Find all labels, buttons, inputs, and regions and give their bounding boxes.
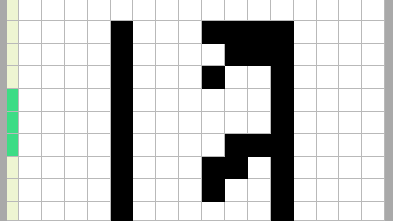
cell-r3c1[interactable] xyxy=(19,66,42,89)
cell-r8c9[interactable] xyxy=(202,179,225,202)
cell-r9c1[interactable] xyxy=(19,202,42,221)
pixel-grid[interactable] xyxy=(7,0,385,221)
cell-r8c3[interactable] xyxy=(65,179,88,202)
cell-r5c13[interactable] xyxy=(294,112,317,135)
cell-r3c0[interactable] xyxy=(7,66,19,89)
cell-r9c16[interactable] xyxy=(362,202,385,221)
cell-r9c3[interactable] xyxy=(65,202,88,221)
cell-r0c14[interactable] xyxy=(317,0,340,21)
cell-r7c6[interactable] xyxy=(133,157,156,180)
cell-r5c0[interactable] xyxy=(7,112,19,135)
cell-r4c15[interactable] xyxy=(339,89,362,112)
cell-r3c7[interactable] xyxy=(156,66,179,89)
cell-r9c0[interactable] xyxy=(7,202,19,221)
cell-r3c10[interactable] xyxy=(225,66,248,89)
cell-r4c2[interactable] xyxy=(42,89,65,112)
cell-r1c10[interactable] xyxy=(225,21,248,44)
cell-r3c16[interactable] xyxy=(362,66,385,89)
cell-r3c13[interactable] xyxy=(294,66,317,89)
cell-r9c9[interactable] xyxy=(202,202,225,221)
cell-r6c1[interactable] xyxy=(19,134,42,157)
cell-r1c16[interactable] xyxy=(362,21,385,44)
cell-r6c0[interactable] xyxy=(7,134,19,157)
cell-r2c12[interactable] xyxy=(271,44,294,67)
cell-r9c6[interactable] xyxy=(133,202,156,221)
cell-r7c7[interactable] xyxy=(156,157,179,180)
cell-r1c11[interactable] xyxy=(248,21,271,44)
cell-r3c12[interactable] xyxy=(271,66,294,89)
cell-r1c1[interactable] xyxy=(19,21,42,44)
cell-r1c3[interactable] xyxy=(65,21,88,44)
cell-r3c8[interactable] xyxy=(179,66,202,89)
cell-r2c10[interactable] xyxy=(225,44,248,67)
cell-r1c13[interactable] xyxy=(294,21,317,44)
cell-r8c4[interactable] xyxy=(88,179,111,202)
cell-r2c9[interactable] xyxy=(202,44,225,67)
cell-r8c14[interactable] xyxy=(317,179,340,202)
cell-r6c11[interactable] xyxy=(248,134,271,157)
cell-r6c9[interactable] xyxy=(202,134,225,157)
cell-r6c5[interactable] xyxy=(111,134,134,157)
cell-r0c2[interactable] xyxy=(42,0,65,21)
cell-r5c12[interactable] xyxy=(271,112,294,135)
cell-r0c4[interactable] xyxy=(88,0,111,21)
cell-r0c12[interactable] xyxy=(271,0,294,21)
cell-r8c5[interactable] xyxy=(111,179,134,202)
cell-r1c15[interactable] xyxy=(339,21,362,44)
cell-r7c11[interactable] xyxy=(248,157,271,180)
cell-r0c1[interactable] xyxy=(19,0,42,21)
cell-r1c14[interactable] xyxy=(317,21,340,44)
cell-r5c7[interactable] xyxy=(156,112,179,135)
cell-r4c4[interactable] xyxy=(88,89,111,112)
cell-r0c13[interactable] xyxy=(294,0,317,21)
cell-r5c14[interactable] xyxy=(317,112,340,135)
cell-r9c10[interactable] xyxy=(225,202,248,221)
cell-r3c9[interactable] xyxy=(202,66,225,89)
cell-r9c12[interactable] xyxy=(271,202,294,221)
cell-r9c2[interactable] xyxy=(42,202,65,221)
cell-r7c5[interactable] xyxy=(111,157,134,180)
cell-r3c6[interactable] xyxy=(133,66,156,89)
cell-r2c5[interactable] xyxy=(111,44,134,67)
cell-r2c3[interactable] xyxy=(65,44,88,67)
cell-r6c10[interactable] xyxy=(225,134,248,157)
cell-r6c7[interactable] xyxy=(156,134,179,157)
cell-r5c16[interactable] xyxy=(362,112,385,135)
cell-r2c2[interactable] xyxy=(42,44,65,67)
cell-r5c10[interactable] xyxy=(225,112,248,135)
cell-r8c0[interactable] xyxy=(7,179,19,202)
cell-r6c13[interactable] xyxy=(294,134,317,157)
cell-r6c4[interactable] xyxy=(88,134,111,157)
cell-r2c1[interactable] xyxy=(19,44,42,67)
cell-r3c11[interactable] xyxy=(248,66,271,89)
cell-r0c16[interactable] xyxy=(362,0,385,21)
cell-r3c3[interactable] xyxy=(65,66,88,89)
cell-r7c16[interactable] xyxy=(362,157,385,180)
cell-r9c8[interactable] xyxy=(179,202,202,221)
cell-r8c1[interactable] xyxy=(19,179,42,202)
cell-r2c11[interactable] xyxy=(248,44,271,67)
cell-r9c7[interactable] xyxy=(156,202,179,221)
cell-r0c15[interactable] xyxy=(339,0,362,21)
cell-r5c15[interactable] xyxy=(339,112,362,135)
cell-r8c10[interactable] xyxy=(225,179,248,202)
cell-r0c5[interactable] xyxy=(111,0,134,21)
cell-r6c15[interactable] xyxy=(339,134,362,157)
cell-r9c5[interactable] xyxy=(111,202,134,221)
cell-r1c12[interactable] xyxy=(271,21,294,44)
cell-r1c2[interactable] xyxy=(42,21,65,44)
cell-r0c3[interactable] xyxy=(65,0,88,21)
cell-r3c14[interactable] xyxy=(317,66,340,89)
cell-r8c11[interactable] xyxy=(248,179,271,202)
cell-r5c8[interactable] xyxy=(179,112,202,135)
left-rail xyxy=(0,0,7,221)
cell-r4c10[interactable] xyxy=(225,89,248,112)
cell-r1c4[interactable] xyxy=(88,21,111,44)
cell-r5c1[interactable] xyxy=(19,112,42,135)
cell-r1c5[interactable] xyxy=(111,21,134,44)
cell-r5c6[interactable] xyxy=(133,112,156,135)
cell-r4c6[interactable] xyxy=(133,89,156,112)
cell-r9c14[interactable] xyxy=(317,202,340,221)
cell-r8c8[interactable] xyxy=(179,179,202,202)
cell-r0c6[interactable] xyxy=(133,0,156,21)
cell-r3c2[interactable] xyxy=(42,66,65,89)
cell-r5c11[interactable] xyxy=(248,112,271,135)
cell-r7c14[interactable] xyxy=(317,157,340,180)
cell-r5c3[interactable] xyxy=(65,112,88,135)
cell-r0c9[interactable] xyxy=(202,0,225,21)
cell-r4c12[interactable] xyxy=(271,89,294,112)
cell-r7c15[interactable] xyxy=(339,157,362,180)
cell-r6c8[interactable] xyxy=(179,134,202,157)
cell-r6c2[interactable] xyxy=(42,134,65,157)
cell-r9c11[interactable] xyxy=(248,202,271,221)
cell-r6c6[interactable] xyxy=(133,134,156,157)
cell-r2c15[interactable] xyxy=(339,44,362,67)
cell-r9c13[interactable] xyxy=(294,202,317,221)
cell-r4c0[interactable] xyxy=(7,89,19,112)
cell-r4c14[interactable] xyxy=(317,89,340,112)
cell-r5c4[interactable] xyxy=(88,112,111,135)
cell-r4c5[interactable] xyxy=(111,89,134,112)
cell-r8c13[interactable] xyxy=(294,179,317,202)
cell-r5c2[interactable] xyxy=(42,112,65,135)
cell-r2c0[interactable] xyxy=(7,44,19,67)
cell-r2c8[interactable] xyxy=(179,44,202,67)
cell-r0c7[interactable] xyxy=(156,0,179,21)
cell-r4c8[interactable] xyxy=(179,89,202,112)
cell-r8c16[interactable] xyxy=(362,179,385,202)
cell-r9c15[interactable] xyxy=(339,202,362,221)
cell-r4c13[interactable] xyxy=(294,89,317,112)
cell-r6c14[interactable] xyxy=(317,134,340,157)
cell-r4c11[interactable] xyxy=(248,89,271,112)
cell-r8c7[interactable] xyxy=(156,179,179,202)
cell-r2c6[interactable] xyxy=(133,44,156,67)
cell-r7c1[interactable] xyxy=(19,157,42,180)
cell-r3c15[interactable] xyxy=(339,66,362,89)
cell-r4c16[interactable] xyxy=(362,89,385,112)
cell-r2c7[interactable] xyxy=(156,44,179,67)
cell-r8c15[interactable] xyxy=(339,179,362,202)
cell-r3c4[interactable] xyxy=(88,66,111,89)
cell-r8c6[interactable] xyxy=(133,179,156,202)
cell-r1c0[interactable] xyxy=(7,21,19,44)
cell-r4c9[interactable] xyxy=(202,89,225,112)
cell-r7c2[interactable] xyxy=(42,157,65,180)
cell-r4c1[interactable] xyxy=(19,89,42,112)
app-screen xyxy=(0,0,393,221)
cell-r1c8[interactable] xyxy=(179,21,202,44)
cell-r7c10[interactable] xyxy=(225,157,248,180)
cell-r6c3[interactable] xyxy=(65,134,88,157)
cell-r2c13[interactable] xyxy=(294,44,317,67)
cell-r4c7[interactable] xyxy=(156,89,179,112)
cell-r1c7[interactable] xyxy=(156,21,179,44)
cell-r2c4[interactable] xyxy=(88,44,111,67)
cell-r4c3[interactable] xyxy=(65,89,88,112)
cell-r0c10[interactable] xyxy=(225,0,248,21)
cell-r7c0[interactable] xyxy=(7,157,19,180)
cell-r2c14[interactable] xyxy=(317,44,340,67)
cell-r7c3[interactable] xyxy=(65,157,88,180)
cell-r5c5[interactable] xyxy=(111,112,134,135)
cell-r1c6[interactable] xyxy=(133,21,156,44)
cell-r6c16[interactable] xyxy=(362,134,385,157)
cell-r7c8[interactable] xyxy=(179,157,202,180)
cell-r0c11[interactable] xyxy=(248,0,271,21)
cell-r7c13[interactable] xyxy=(294,157,317,180)
cell-r0c8[interactable] xyxy=(179,0,202,21)
cell-r2c16[interactable] xyxy=(362,44,385,67)
right-rail xyxy=(385,0,393,221)
cell-r9c4[interactable] xyxy=(88,202,111,221)
cell-r7c9[interactable] xyxy=(202,157,225,180)
cell-r1c9[interactable] xyxy=(202,21,225,44)
cell-r6c12[interactable] xyxy=(271,134,294,157)
cell-r5c9[interactable] xyxy=(202,112,225,135)
cell-r7c4[interactable] xyxy=(88,157,111,180)
cell-r0c0[interactable] xyxy=(7,0,19,21)
cell-r8c12[interactable] xyxy=(271,179,294,202)
cell-r8c2[interactable] xyxy=(42,179,65,202)
cell-r7c12[interactable] xyxy=(271,157,294,180)
cell-r3c5[interactable] xyxy=(111,66,134,89)
